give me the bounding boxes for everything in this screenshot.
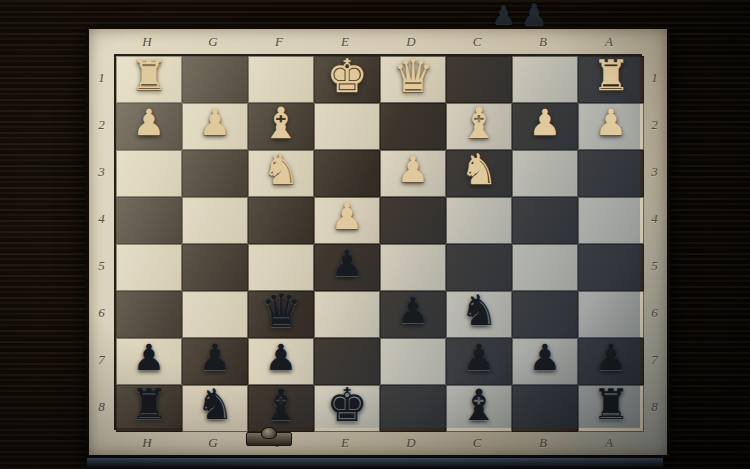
page-root: { "game": "chess", "position": { "fen": … [0, 0, 750, 469]
rank-label-8: 8 [89, 383, 114, 430]
piece-white-king-e1: ♚ [314, 49, 380, 103]
rank-label-5: 5 [642, 242, 667, 289]
rank-labels-right: 12345678 [642, 54, 667, 430]
square-h8: ♜ [116, 385, 182, 432]
file-label-a: A [576, 34, 642, 50]
piece-black-bishop-f8: ♝ [248, 378, 314, 432]
rank-label-3: 3 [642, 148, 667, 195]
square-b4 [512, 197, 578, 244]
file-label-g: G [180, 34, 246, 50]
file-label-d: D [378, 34, 444, 50]
piece-black-rook-h8: ♜ [116, 378, 182, 432]
board-frame: HGFEDCBA 12345678 ♜♚♛♜♟♟♝♝♟♟♞♟♞♟♟♛♟♞♟♟♟♟… [86, 26, 670, 458]
rank-label-7: 7 [89, 336, 114, 383]
square-e6 [314, 291, 380, 338]
square-a3 [578, 150, 644, 197]
piece-white-knight-c3: ♞ [446, 143, 512, 197]
rank-label-3: 3 [89, 148, 114, 195]
piece-white-rook-h1: ♜ [116, 49, 182, 103]
piece-white-pawn-e4: ♟ [314, 190, 380, 244]
square-d3: ♟ [380, 150, 446, 197]
file-label-e: E [312, 34, 378, 50]
piece-white-pawn-g2: ♟ [182, 96, 248, 150]
square-h2: ♟ [116, 103, 182, 150]
square-f3: ♞ [248, 150, 314, 197]
file-label-b: B [510, 435, 576, 451]
square-e1: ♚ [314, 56, 380, 103]
piece-white-pawn-a2: ♟ [578, 96, 644, 150]
file-label-e: E [312, 435, 378, 451]
square-e8: ♚ [314, 385, 380, 432]
piece-white-pawn-b2: ♟ [512, 96, 578, 150]
chess-board: HGFEDCBA 12345678 ♜♚♛♜♟♟♝♝♟♟♞♟♞♟♟♛♟♞♟♟♟♟… [86, 26, 670, 468]
hinge-knob [261, 427, 277, 439]
piece-black-knight-g8: ♞ [182, 378, 248, 432]
piece-black-queen-f6: ♛ [248, 284, 314, 338]
square-g8: ♞ [182, 385, 248, 432]
rank-label-4: 4 [89, 195, 114, 242]
square-b8 [512, 385, 578, 432]
piece-black-pawn-d6: ♟ [380, 284, 446, 338]
rank-label-1: 1 [89, 54, 114, 101]
frame-corner [642, 29, 667, 54]
square-b2: ♟ [512, 103, 578, 150]
rank-label-8: 8 [642, 383, 667, 430]
piece-white-pawn-h2: ♟ [116, 96, 182, 150]
square-d8 [380, 385, 446, 432]
piece-black-bishop-c8: ♝ [446, 378, 512, 432]
square-b5 [512, 244, 578, 291]
rank-label-2: 2 [642, 101, 667, 148]
square-e2 [314, 103, 380, 150]
piece-white-bishop-f2: ♝ [248, 96, 314, 150]
hinge [246, 432, 292, 446]
square-a5 [578, 244, 644, 291]
piece-white-rook-a1: ♜ [578, 49, 644, 103]
offboard-piece-1: ♟ [492, 2, 515, 28]
square-a8: ♜ [578, 385, 644, 432]
piece-black-pawn-f7: ♟ [248, 331, 314, 385]
frame-corner [89, 29, 114, 54]
square-f8: ♝ [248, 385, 314, 432]
square-g2: ♟ [182, 103, 248, 150]
square-g4 [182, 197, 248, 244]
piece-white-knight-f3: ♞ [248, 143, 314, 197]
piece-black-pawn-h7: ♟ [116, 331, 182, 385]
piece-black-pawn-a7: ♟ [578, 331, 644, 385]
square-d7 [380, 338, 446, 385]
file-label-a: A [576, 435, 642, 451]
piece-black-pawn-b7: ♟ [512, 331, 578, 385]
square-g5 [182, 244, 248, 291]
square-e5: ♟ [314, 244, 380, 291]
square-a4 [578, 197, 644, 244]
rank-label-6: 6 [642, 289, 667, 336]
square-h5 [116, 244, 182, 291]
square-c4 [446, 197, 512, 244]
square-h4 [116, 197, 182, 244]
square-c3: ♞ [446, 150, 512, 197]
file-label-c: C [444, 34, 510, 50]
file-label-h: H [114, 435, 180, 451]
board-edge-bevel [86, 458, 664, 468]
rank-label-1: 1 [642, 54, 667, 101]
piece-black-knight-c6: ♞ [446, 284, 512, 338]
square-b3 [512, 150, 578, 197]
square-g3 [182, 150, 248, 197]
file-label-c: C [444, 435, 510, 451]
piece-black-pawn-e5: ♟ [314, 237, 380, 291]
file-label-b: B [510, 34, 576, 50]
rank-label-5: 5 [89, 242, 114, 289]
square-a2: ♟ [578, 103, 644, 150]
frame-corner [642, 430, 667, 455]
board-grid: ♜♚♛♜♟♟♝♝♟♟♞♟♞♟♟♛♟♞♟♟♟♟♟♟♜♞♝♚♝♜ [114, 54, 642, 430]
square-d4 [380, 197, 446, 244]
piece-white-pawn-d3: ♟ [380, 143, 446, 197]
square-b7: ♟ [512, 338, 578, 385]
piece-black-rook-a8: ♜ [578, 378, 644, 432]
square-d6: ♟ [380, 291, 446, 338]
piece-black-pawn-g7: ♟ [182, 331, 248, 385]
square-d1: ♛ [380, 56, 446, 103]
square-h3 [116, 150, 182, 197]
rank-label-4: 4 [642, 195, 667, 242]
file-label-h: H [114, 34, 180, 50]
piece-white-queen-d1: ♛ [380, 49, 446, 103]
file-label-f: F [246, 34, 312, 50]
file-label-g: G [180, 435, 246, 451]
rank-labels-left: 12345678 [89, 54, 114, 430]
rank-label-6: 6 [89, 289, 114, 336]
piece-black-king-e8: ♚ [314, 378, 380, 432]
square-f4 [248, 197, 314, 244]
file-labels-bottom: HGFEDCBA [114, 430, 642, 455]
rank-label-7: 7 [642, 336, 667, 383]
rank-label-2: 2 [89, 101, 114, 148]
file-label-d: D [378, 435, 444, 451]
square-c8: ♝ [446, 385, 512, 432]
piece-white-bishop-c2: ♝ [446, 96, 512, 150]
piece-black-pawn-c7: ♟ [446, 331, 512, 385]
frame-corner [89, 430, 114, 455]
